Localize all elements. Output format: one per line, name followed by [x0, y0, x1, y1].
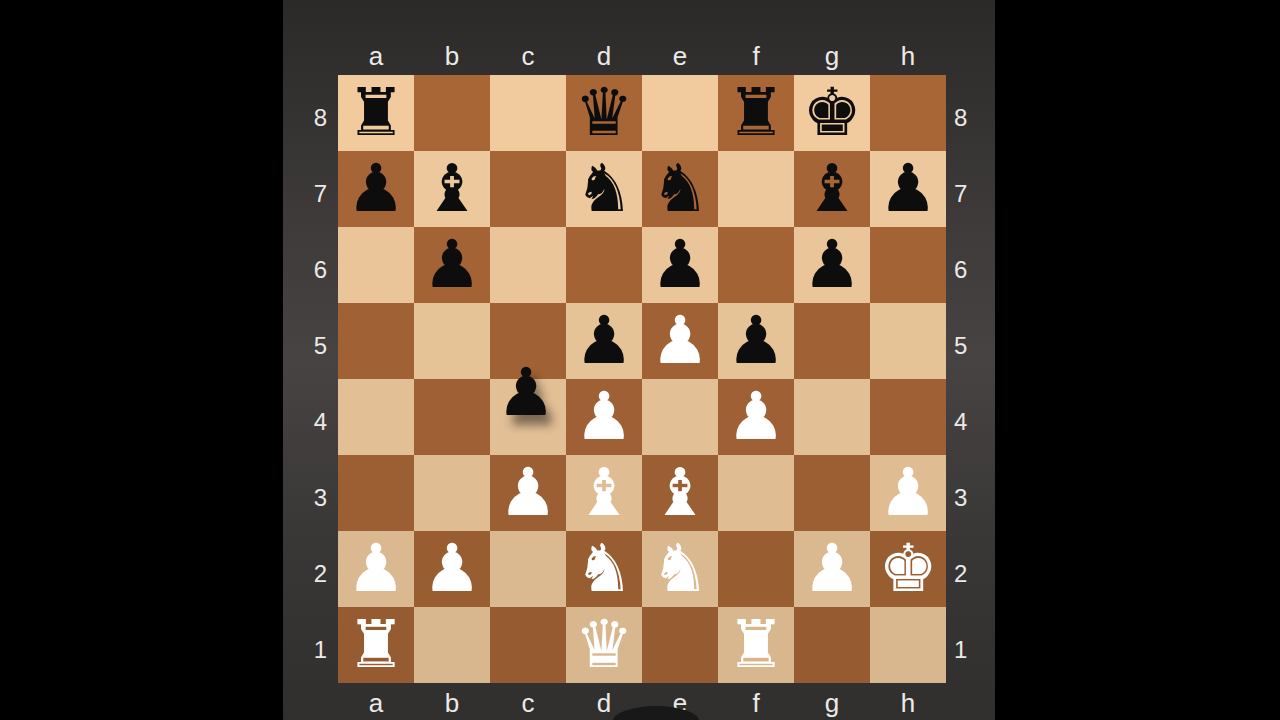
file-label-bottom-h: h — [870, 687, 946, 719]
square-d2[interactable]: ♞ — [566, 531, 642, 607]
black-pawn-icon[interactable]: ♟ — [496, 360, 555, 426]
square-h1[interactable] — [870, 607, 946, 683]
file-label-top-g: g — [794, 40, 870, 72]
rank-labels-right: 87654321 — [948, 75, 1000, 683]
square-c8[interactable] — [490, 75, 566, 151]
square-h8[interactable] — [870, 75, 946, 151]
square-a3[interactable] — [338, 455, 414, 531]
square-c1[interactable] — [490, 607, 566, 683]
square-h2[interactable]: ♚ — [870, 531, 946, 607]
file-label-top-f: f — [718, 40, 794, 72]
file-label-top-c: c — [490, 40, 566, 72]
file-label-top-a: a — [338, 40, 414, 72]
white-pawn-icon[interactable]: ♟ — [878, 460, 937, 526]
square-h4[interactable] — [870, 379, 946, 455]
square-c2[interactable] — [490, 531, 566, 607]
rank-label-left-6: 6 — [283, 227, 335, 303]
file-label-top-e: e — [642, 40, 718, 72]
square-g1[interactable] — [794, 607, 870, 683]
file-label-bottom-b: b — [414, 687, 490, 719]
square-b1[interactable] — [414, 607, 490, 683]
white-pawn-icon[interactable]: ♟ — [346, 536, 405, 602]
square-a8[interactable]: ♜ — [338, 75, 414, 151]
square-d4[interactable]: ♟ — [566, 379, 642, 455]
square-f5[interactable]: ♟ — [718, 303, 794, 379]
rank-label-right-6: 6 — [948, 227, 1000, 303]
square-b4[interactable] — [414, 379, 490, 455]
white-knight-icon[interactable]: ♞ — [650, 536, 709, 602]
square-e2[interactable]: ♞ — [642, 531, 718, 607]
black-rook-icon[interactable]: ♜ — [726, 80, 785, 146]
black-king-icon[interactable]: ♚ — [802, 80, 861, 146]
rank-label-right-3: 3 — [948, 455, 1000, 531]
rank-label-right-1: 1 — [948, 607, 1000, 683]
stage-background: abcdefgh ♜♛♜♚♟♝♞♞♝♟♟♟♟♟♟♟♟♟♟♟♝♝♟♟♟♞♞♟♚♜♛… — [283, 0, 995, 720]
square-a1[interactable]: ♜ — [338, 607, 414, 683]
square-e3[interactable]: ♝ — [642, 455, 718, 531]
white-knight-icon[interactable]: ♞ — [574, 536, 633, 602]
white-pawn-icon[interactable]: ♟ — [498, 460, 557, 526]
left-black-bar — [0, 0, 283, 720]
file-labels-top: abcdefgh — [338, 40, 946, 72]
square-f7[interactable] — [718, 151, 794, 227]
file-label-top-d: d — [566, 40, 642, 72]
square-c4[interactable]: ♟ — [490, 379, 566, 455]
square-a6[interactable] — [338, 227, 414, 303]
black-queen-icon[interactable]: ♛ — [574, 80, 633, 146]
square-b3[interactable] — [414, 455, 490, 531]
square-d7[interactable]: ♞ — [566, 151, 642, 227]
rank-label-right-7: 7 — [948, 151, 1000, 227]
square-h7[interactable]: ♟ — [870, 151, 946, 227]
square-d1[interactable]: ♛ — [566, 607, 642, 683]
square-b8[interactable] — [414, 75, 490, 151]
square-f2[interactable] — [718, 531, 794, 607]
white-bishop-icon[interactable]: ♝ — [574, 460, 633, 526]
square-d5[interactable]: ♟ — [566, 303, 642, 379]
square-f1[interactable]: ♜ — [718, 607, 794, 683]
square-b7[interactable]: ♝ — [414, 151, 490, 227]
chess-board: ♜♛♜♚♟♝♞♞♝♟♟♟♟♟♟♟♟♟♟♟♝♝♟♟♟♞♞♟♚♜♛♜ — [338, 75, 946, 683]
white-bishop-icon[interactable]: ♝ — [650, 460, 709, 526]
square-g7[interactable]: ♝ — [794, 151, 870, 227]
rank-label-left-7: 7 — [283, 151, 335, 227]
file-label-bottom-f: f — [718, 687, 794, 719]
white-pawn-icon[interactable]: ♟ — [650, 308, 709, 374]
rank-label-right-2: 2 — [948, 531, 1000, 607]
square-d3[interactable]: ♝ — [566, 455, 642, 531]
square-e1[interactable] — [642, 607, 718, 683]
file-label-top-h: h — [870, 40, 946, 72]
square-a2[interactable]: ♟ — [338, 531, 414, 607]
square-g3[interactable] — [794, 455, 870, 531]
square-g4[interactable] — [794, 379, 870, 455]
square-e4[interactable] — [642, 379, 718, 455]
rank-label-left-5: 5 — [283, 303, 335, 379]
square-f3[interactable] — [718, 455, 794, 531]
square-c7[interactable] — [490, 151, 566, 227]
white-pawn-icon[interactable]: ♟ — [802, 536, 861, 602]
right-black-bar — [995, 0, 1280, 720]
white-king-icon[interactable]: ♚ — [878, 536, 937, 602]
rank-label-left-1: 1 — [283, 607, 335, 683]
square-e7[interactable]: ♞ — [642, 151, 718, 227]
rank-label-right-8: 8 — [948, 75, 1000, 151]
black-pawn-icon[interactable]: ♟ — [422, 232, 481, 298]
rank-label-right-4: 4 — [948, 379, 1000, 455]
rank-label-left-4: 4 — [283, 379, 335, 455]
square-f8[interactable]: ♜ — [718, 75, 794, 151]
rank-label-right-5: 5 — [948, 303, 1000, 379]
black-pawn-icon[interactable]: ♟ — [802, 232, 861, 298]
square-c6[interactable] — [490, 227, 566, 303]
black-knight-icon[interactable]: ♞ — [574, 156, 633, 222]
black-bishop-icon[interactable]: ♝ — [802, 156, 861, 222]
square-b5[interactable] — [414, 303, 490, 379]
square-g6[interactable]: ♟ — [794, 227, 870, 303]
square-c3[interactable]: ♟ — [490, 455, 566, 531]
square-e6[interactable]: ♟ — [642, 227, 718, 303]
square-b2[interactable]: ♟ — [414, 531, 490, 607]
square-a4[interactable] — [338, 379, 414, 455]
white-pawn-icon[interactable]: ♟ — [574, 384, 633, 450]
black-pawn-icon[interactable]: ♟ — [878, 156, 937, 222]
square-d6[interactable] — [566, 227, 642, 303]
black-pawn-icon[interactable]: ♟ — [650, 232, 709, 298]
rank-label-left-2: 2 — [283, 531, 335, 607]
square-g2[interactable]: ♟ — [794, 531, 870, 607]
file-label-bottom-a: a — [338, 687, 414, 719]
white-rook-icon[interactable]: ♜ — [346, 612, 405, 678]
square-d8[interactable]: ♛ — [566, 75, 642, 151]
black-pawn-icon[interactable]: ♟ — [574, 308, 633, 374]
black-pawn-icon[interactable]: ♟ — [346, 156, 405, 222]
file-label-top-b: b — [414, 40, 490, 72]
square-a5[interactable] — [338, 303, 414, 379]
square-a7[interactable]: ♟ — [338, 151, 414, 227]
square-g5[interactable] — [794, 303, 870, 379]
rank-labels-left: 87654321 — [283, 75, 335, 683]
square-f6[interactable] — [718, 227, 794, 303]
white-rook-icon[interactable]: ♜ — [726, 612, 785, 678]
square-h6[interactable] — [870, 227, 946, 303]
black-pawn-icon[interactable]: ♟ — [726, 308, 785, 374]
square-e8[interactable] — [642, 75, 718, 151]
square-e5[interactable]: ♟ — [642, 303, 718, 379]
white-pawn-icon[interactable]: ♟ — [422, 536, 481, 602]
black-bishop-icon[interactable]: ♝ — [422, 156, 481, 222]
file-label-bottom-c: c — [490, 687, 566, 719]
black-rook-icon[interactable]: ♜ — [346, 80, 405, 146]
white-pawn-icon[interactable]: ♟ — [726, 384, 785, 450]
square-g8[interactable]: ♚ — [794, 75, 870, 151]
square-h3[interactable]: ♟ — [870, 455, 946, 531]
file-label-bottom-g: g — [794, 687, 870, 719]
square-b6[interactable]: ♟ — [414, 227, 490, 303]
white-queen-icon[interactable]: ♛ — [574, 612, 633, 678]
black-knight-icon[interactable]: ♞ — [650, 156, 709, 222]
rank-label-left-3: 3 — [283, 455, 335, 531]
square-f4[interactable]: ♟ — [718, 379, 794, 455]
rank-label-left-8: 8 — [283, 75, 335, 151]
square-h5[interactable] — [870, 303, 946, 379]
